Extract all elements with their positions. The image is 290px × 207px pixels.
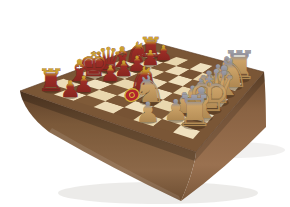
piece-black-pawn-e7[interactable]: ♟ [100,61,120,86]
piece-black-pawn-h7[interactable]: ♟ [60,76,81,102]
chess-set-photo: ♜♞♝♛♚♝♜♟♟♟♟♟♟♟♞♞♟♟♟♟♟♟♟♟♜♞♝♛♚♝♜ [0,0,290,207]
piece-white-pawn-h3[interactable]: ♟ [135,96,160,129]
chess-scene: ♜♞♝♛♚♝♜♟♟♟♟♟♟♟♞♞♟♟♟♟♟♟♟♟♜♞♝♛♚♝♜ [0,0,290,207]
piece-white-rook-g1[interactable]: ♜ [175,86,213,136]
